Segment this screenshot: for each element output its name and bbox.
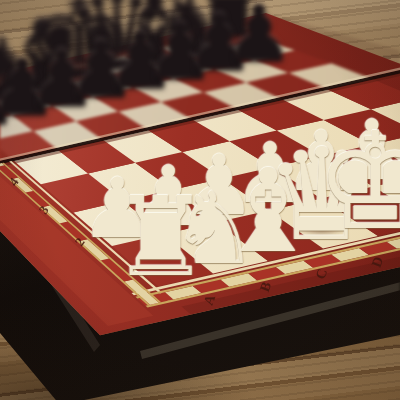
- piece-white-bishop-f1: ♝: [377, 117, 400, 232]
- chess-set-photo: ABCD234 ♜♞♝♚♛♝♞♜♟♟♟♟♟♟♟♟♟♟♟♟♟♟♟♜♞♝♛♚♝: [0, 0, 400, 400]
- piece-black-pawn-h7: ♟: [223, 0, 293, 74]
- pieces-layer: ♜♞♝♚♛♝♞♜♟♟♟♟♟♟♟♟♟♟♟♟♟♟♟♜♞♝♛♚♝: [0, 0, 400, 400]
